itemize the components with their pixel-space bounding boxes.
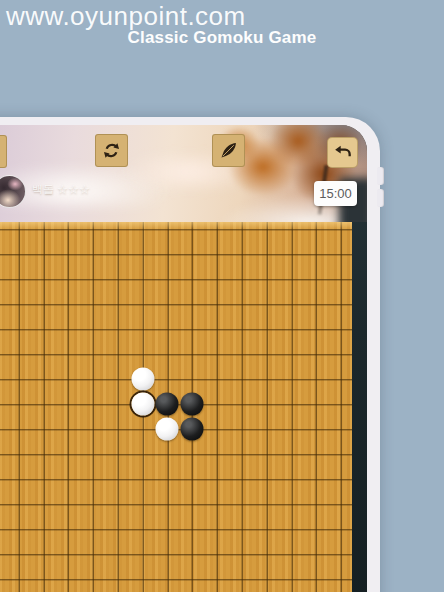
stone-white-last-move (131, 393, 154, 416)
pass-button[interactable] (212, 134, 245, 167)
undo-button[interactable] (327, 137, 358, 168)
background-photo (0, 125, 367, 222)
refresh-icon (101, 140, 122, 161)
volume-up-button (377, 167, 384, 185)
stone-black (156, 393, 179, 416)
timer-value: 15:00 (319, 186, 352, 201)
gomoku-board[interactable] (0, 222, 352, 592)
page-title: Classic Gomoku Game (0, 28, 444, 48)
feather-icon (218, 140, 239, 161)
page-root: { "page": { "url_text": "www.oyunpoint.c… (0, 0, 444, 592)
stone-white (156, 418, 179, 441)
toolbar-button-cutoff[interactable] (0, 135, 7, 168)
restart-button[interactable] (95, 134, 128, 167)
undo-arrow-icon (333, 143, 353, 163)
stone-black (181, 418, 204, 441)
game-timer: 15:00 (314, 181, 357, 206)
stone-white (131, 368, 154, 391)
player-name-label: 백돌 ☆☆☆ (32, 182, 90, 197)
device-screen: 백돌 ☆☆☆ 15:00 (0, 125, 367, 592)
stone-black (181, 393, 204, 416)
tablet-device-frame: 백돌 ☆☆☆ 15:00 (0, 117, 380, 592)
volume-down-button (377, 189, 384, 207)
